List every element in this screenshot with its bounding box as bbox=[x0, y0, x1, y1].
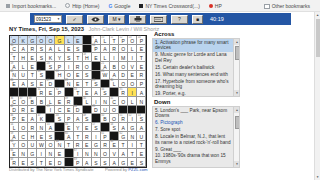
grid-cell[interactable]: D bbox=[55, 158, 64, 167]
grid-cell[interactable]: E bbox=[37, 132, 46, 141]
grid-cell[interactable]: E bbox=[137, 62, 146, 71]
grid-cell[interactable]: M bbox=[119, 53, 128, 62]
cell-letter: S bbox=[92, 81, 100, 87]
grid-cell[interactable]: U bbox=[137, 132, 146, 141]
grid-cell[interactable]: 33T bbox=[74, 88, 83, 97]
cell-letter: H bbox=[55, 72, 63, 78]
grid-cell[interactable]: 24H bbox=[55, 71, 64, 80]
cell-letter: E bbox=[19, 116, 27, 122]
bookmark-item[interactable]: HP bbox=[209, 3, 222, 9]
grid-cell[interactable]: N bbox=[137, 97, 146, 106]
grid-cell[interactable]: 40L bbox=[83, 97, 92, 106]
bookmark-label: NY Times Crossword(...) bbox=[145, 3, 199, 9]
grid-cell[interactable]: 20S bbox=[46, 62, 55, 71]
cell-letter: I bbox=[128, 55, 136, 61]
grid-cell[interactable]: 38B bbox=[28, 97, 37, 106]
clue-item[interactable]: 8. Locale in Belmar, N.J., that lent its… bbox=[153, 133, 233, 146]
grid-cell[interactable]: T bbox=[83, 80, 92, 89]
grid-cell[interactable]: O bbox=[46, 141, 55, 150]
down-scroll-thumb[interactable] bbox=[235, 116, 240, 129]
cell-letter: E bbox=[137, 151, 145, 157]
cell-letter: A bbox=[74, 116, 82, 122]
grid-cell[interactable]: 68R bbox=[10, 158, 19, 167]
grid-cell[interactable]: E bbox=[65, 45, 74, 54]
cell-letter: R bbox=[110, 46, 118, 52]
cell-letter: U bbox=[137, 133, 145, 139]
grid-cell[interactable]: 69P bbox=[74, 158, 83, 167]
grid-cell[interactable]: 45D bbox=[92, 106, 101, 115]
grid-cell[interactable]: E bbox=[28, 53, 37, 62]
down-header: Down bbox=[154, 99, 170, 105]
grid-cell[interactable]: E bbox=[92, 53, 101, 62]
cell-letter: S bbox=[92, 125, 100, 131]
page-scrollbar[interactable]: ▲ ▼ bbox=[314, 12, 320, 180]
grid-cell[interactable]: 29S bbox=[92, 80, 101, 89]
cell-letter: T bbox=[110, 38, 118, 44]
bookmark-item[interactable]: Http (Home) bbox=[65, 3, 99, 9]
clue-item[interactable]: 19. Porter, e.g. bbox=[153, 91, 233, 97]
bookmark-item[interactable]: GGoogle bbox=[108, 3, 130, 9]
clue-item[interactable]: 16. What many sentences end with bbox=[153, 71, 233, 78]
grid-cell[interactable]: O bbox=[83, 62, 92, 71]
grid-cell[interactable]: A bbox=[137, 123, 146, 132]
scroll-down-icon[interactable]: ▼ bbox=[315, 174, 320, 180]
grid-cell[interactable]: A bbox=[19, 45, 28, 54]
grid-cell[interactable]: E bbox=[55, 97, 64, 106]
grid-cell[interactable]: 64N bbox=[55, 141, 64, 150]
cell-letter: E bbox=[19, 160, 27, 166]
grid-cell[interactable]: O bbox=[128, 80, 137, 89]
print-button[interactable] bbox=[129, 15, 146, 24]
grid-cell[interactable]: 37O bbox=[19, 97, 28, 106]
grid-cell[interactable]: G bbox=[128, 123, 137, 132]
grid-cell[interactable]: R bbox=[19, 106, 28, 115]
grid-cell[interactable]: 25W bbox=[101, 71, 110, 80]
bookmark-item[interactable]: NY Times Crossword(...) bbox=[139, 3, 199, 9]
cell-letter: G bbox=[28, 38, 36, 44]
cell-letter: O bbox=[10, 38, 18, 44]
grid-cell[interactable]: 61P bbox=[101, 132, 110, 141]
pzzl-link[interactable]: PZZL.com bbox=[128, 167, 147, 172]
cell-letter: D bbox=[10, 107, 18, 113]
grid-cell[interactable]: E bbox=[128, 158, 137, 167]
google-icon: G bbox=[108, 4, 112, 8]
cell-letter: I bbox=[46, 107, 54, 113]
grid-cell[interactable]: E bbox=[19, 158, 28, 167]
grid-cell[interactable]: B bbox=[37, 97, 46, 106]
grid-cell[interactable]: T bbox=[65, 141, 74, 150]
cell-letter: A bbox=[137, 90, 145, 96]
grid-cell[interactable]: H bbox=[19, 53, 28, 62]
cell-letter: R bbox=[37, 90, 45, 96]
cell-letter: E bbox=[128, 72, 136, 78]
grid-cell[interactable]: 5O bbox=[46, 36, 55, 45]
scroll-up-icon[interactable]: ▲ bbox=[234, 107, 240, 113]
grid-cell[interactable]: 27D bbox=[46, 80, 55, 89]
grid-cell[interactable]: 12P bbox=[119, 36, 128, 45]
reveal-button[interactable] bbox=[87, 15, 104, 24]
grid-cell[interactable]: I bbox=[92, 132, 101, 141]
cell-letter: T bbox=[83, 81, 91, 87]
grid-cell[interactable]: L bbox=[128, 97, 137, 106]
clue-item[interactable]: 15. Certain dealer's bailiwick bbox=[153, 64, 233, 71]
grid-cell[interactable]: A bbox=[101, 45, 110, 54]
folder-icon bbox=[264, 4, 270, 9]
crossword-grid: 1O2K3G4O5O6G7L8E9A10L11T12P13O14P15CARSA… bbox=[9, 35, 147, 168]
cell-letter: T bbox=[28, 72, 36, 78]
grid-cell[interactable]: S bbox=[28, 80, 37, 89]
grid-cell[interactable]: R bbox=[28, 123, 37, 132]
down-clue-list: 5. London's ___ Park, near Epsom Downs6.… bbox=[152, 106, 240, 168]
grid-cell[interactable]: 6G bbox=[55, 36, 64, 45]
cell-letter: K bbox=[46, 55, 54, 61]
grid-cell[interactable]: S bbox=[46, 132, 55, 141]
grid-cell[interactable]: 4O bbox=[37, 36, 46, 45]
clue-item[interactable]: 7. Sore spot bbox=[153, 126, 233, 133]
cell-letter: A bbox=[101, 46, 109, 52]
mode-button[interactable]: M ▾ bbox=[108, 15, 125, 24]
grid-cell[interactable]: N bbox=[128, 132, 137, 141]
cell-letter: D bbox=[74, 107, 82, 113]
grid-cell[interactable]: 13O bbox=[128, 36, 137, 45]
grid-cell[interactable]: R bbox=[137, 71, 146, 80]
grid-cell-black bbox=[55, 123, 64, 132]
grid-cell[interactable]: O bbox=[119, 45, 128, 54]
grid-cell[interactable]: N bbox=[83, 149, 92, 158]
stop-timer-button[interactable]: ■ bbox=[192, 15, 203, 24]
cell-letter: N bbox=[19, 151, 27, 157]
grid-cell[interactable]: E bbox=[19, 114, 28, 123]
grid-cell[interactable]: 34S bbox=[101, 88, 110, 97]
grid-cell[interactable]: E bbox=[55, 149, 64, 158]
grid-cell[interactable]: V bbox=[110, 149, 119, 158]
import-icon bbox=[6, 4, 10, 8]
grid-cell[interactable]: Y bbox=[55, 53, 64, 62]
grid-cell[interactable]: E bbox=[28, 62, 37, 71]
grid-cell[interactable]: E bbox=[137, 149, 146, 158]
grid-cell[interactable]: R bbox=[101, 141, 110, 150]
grid-cell[interactable]: A bbox=[137, 88, 146, 97]
other-bookmarks-button[interactable]: Other bookmarks bbox=[264, 0, 310, 12]
grid-cell[interactable]: T bbox=[128, 149, 137, 158]
grid-cell[interactable]: 14P bbox=[137, 36, 146, 45]
grid-cell[interactable]: S bbox=[83, 71, 92, 80]
help-button[interactable]: ? bbox=[171, 15, 188, 24]
cell-letter: O bbox=[119, 81, 127, 87]
syndicate-credit: Distributed by The New York Times Syndic… bbox=[9, 167, 94, 172]
cell-letter: G bbox=[92, 142, 100, 148]
timer-value: 40:19 bbox=[210, 16, 224, 22]
cell-letter: Y bbox=[74, 125, 82, 131]
grid-cell[interactable]: P bbox=[137, 80, 146, 89]
grid-cell[interactable]: T bbox=[37, 158, 46, 167]
grid-cell[interactable]: T bbox=[74, 53, 83, 62]
grid-cell[interactable]: G bbox=[28, 149, 37, 158]
grid-cell[interactable]: I bbox=[37, 149, 46, 158]
grid-cell[interactable]: N bbox=[92, 149, 101, 158]
cell-letter: S bbox=[101, 160, 109, 166]
cell-letter: W bbox=[37, 142, 45, 148]
cell-letter: E bbox=[55, 99, 63, 105]
grid-cell[interactable]: O bbox=[19, 123, 28, 132]
cell-letter: L bbox=[101, 38, 109, 44]
cell-letter: G bbox=[28, 151, 36, 157]
grid-cell[interactable]: 41C bbox=[110, 97, 119, 106]
grid-cell[interactable]: 62G bbox=[119, 132, 128, 141]
grid-cell[interactable]: 32P bbox=[55, 88, 64, 97]
cell-letter: L bbox=[128, 99, 136, 105]
cell-letter: O bbox=[83, 64, 91, 70]
cell-letter: R bbox=[101, 142, 109, 148]
cell-letter: N bbox=[83, 151, 91, 157]
grid-cell[interactable]: 35R bbox=[119, 88, 128, 97]
grid-cell[interactable]: E bbox=[83, 141, 92, 150]
cell-letter: C bbox=[19, 133, 27, 139]
grid-cell[interactable]: O bbox=[19, 141, 28, 150]
grid-cell[interactable]: 3G bbox=[28, 36, 37, 45]
grid-cell[interactable]: Y bbox=[74, 123, 83, 132]
grid-cell[interactable]: W bbox=[37, 141, 46, 150]
grid-cell[interactable]: 43I bbox=[46, 106, 55, 115]
keyboard-button[interactable] bbox=[150, 15, 167, 24]
grid-cell[interactable]: U bbox=[28, 141, 37, 150]
grid-cell[interactable]: E bbox=[137, 45, 146, 54]
cell-letter: A bbox=[46, 125, 54, 131]
grid-cell[interactable]: A bbox=[110, 158, 119, 167]
cell-letter: N bbox=[10, 72, 18, 78]
grid-cell[interactable]: O bbox=[101, 149, 110, 158]
cell-letter: E bbox=[10, 81, 18, 87]
cell-letter: A bbox=[92, 90, 100, 96]
grid-cell[interactable]: A bbox=[19, 80, 28, 89]
across-clues: 1. Activation phrase for many smart devi… bbox=[153, 39, 233, 97]
grid-cell[interactable]: O bbox=[119, 62, 128, 71]
grid-cell[interactable]: I bbox=[128, 88, 137, 97]
clue-item[interactable]: 6. Pictograph bbox=[153, 120, 233, 127]
grid-cell[interactable]: A bbox=[92, 88, 101, 97]
clue-item[interactable]: 1. Activation phrase for many smart devi… bbox=[153, 39, 233, 52]
cell-letter: R bbox=[83, 133, 91, 139]
grid-cell[interactable]: 60A bbox=[65, 132, 74, 141]
grid-cell[interactable]: S bbox=[28, 158, 37, 167]
grid-cell[interactable]: E bbox=[83, 123, 92, 132]
scroll-up-icon[interactable]: ▲ bbox=[315, 12, 320, 18]
cell-letter: A bbox=[101, 64, 109, 70]
down-scrollbar[interactable]: ▲ ▼ bbox=[233, 107, 239, 167]
cell-letter: A bbox=[110, 72, 118, 78]
grid-cell[interactable]: 57S bbox=[92, 123, 101, 132]
grid-cell[interactable]: I bbox=[128, 141, 137, 150]
cell-letter: R bbox=[119, 90, 127, 96]
cell-letter: L bbox=[55, 46, 63, 52]
grid-cell[interactable]: 16P bbox=[92, 45, 101, 54]
page-scroll-thumb[interactable] bbox=[316, 19, 320, 57]
grid-cell[interactable]: 39R bbox=[65, 97, 74, 106]
grid-cell[interactable]: I bbox=[110, 53, 119, 62]
cell-letter: E bbox=[37, 133, 45, 139]
check-button[interactable]: ✓ bbox=[66, 15, 83, 24]
grid-cell[interactable]: 48S bbox=[55, 114, 64, 123]
grid-cell[interactable]: 65E bbox=[110, 141, 119, 150]
grid-cell[interactable]: 49S bbox=[83, 114, 92, 123]
clue-item[interactable]: 17. Hyperbole from someone who's dreamin… bbox=[153, 78, 233, 91]
grid-cell[interactable]: A bbox=[119, 149, 128, 158]
cell-letter: A bbox=[19, 46, 27, 52]
cell-letter: C bbox=[10, 46, 18, 52]
grid-cell[interactable]: 31R bbox=[37, 88, 46, 97]
grid-cell[interactable]: R bbox=[28, 45, 37, 54]
grid-cell[interactable]: 7L bbox=[65, 36, 74, 45]
grid-cell[interactable]: G bbox=[92, 141, 101, 150]
grid-cell[interactable]: 26E bbox=[10, 80, 19, 89]
grid-cell[interactable]: E bbox=[128, 71, 137, 80]
grid-cell[interactable]: 55A bbox=[46, 123, 55, 132]
cell-letter: E bbox=[74, 72, 82, 78]
cell-letter: E bbox=[137, 46, 145, 52]
grid-cell[interactable]: E bbox=[46, 88, 55, 97]
cell-letter: E bbox=[28, 107, 36, 113]
grid-cell[interactable]: A bbox=[46, 45, 55, 54]
cell-letter: P bbox=[55, 90, 63, 96]
grid-cell[interactable]: 23S bbox=[37, 71, 46, 80]
cell-letter: G bbox=[119, 160, 127, 166]
grid-cell[interactable]: T bbox=[74, 132, 83, 141]
cell-letter: I bbox=[110, 55, 118, 61]
grid-cell[interactable]: S bbox=[74, 45, 83, 54]
grid-cell[interactable]: 58S bbox=[110, 123, 119, 132]
grid-cell[interactable]: 50B bbox=[101, 114, 110, 123]
clue-item[interactable]: 9. Great ___ bbox=[153, 146, 233, 153]
across-scroll-thumb[interactable] bbox=[235, 46, 240, 60]
grid-cell[interactable]: N bbox=[101, 97, 110, 106]
grid-cell[interactable]: A bbox=[74, 114, 83, 123]
clue-item[interactable]: 9. Music genre for Lorde and Lana Del Re… bbox=[153, 52, 233, 65]
grid-cell[interactable]: G bbox=[119, 158, 128, 167]
across-header: Across bbox=[154, 31, 174, 37]
grid-cell[interactable]: L bbox=[55, 45, 64, 54]
clue-item[interactable]: 5. London's ___ Park, near Epsom Downs bbox=[153, 107, 233, 120]
cell-letter: O bbox=[37, 38, 45, 44]
grid-cell[interactable]: O bbox=[119, 97, 128, 106]
grid-cell[interactable]: R bbox=[83, 132, 92, 141]
cell-letter: H bbox=[83, 55, 91, 61]
grid-cell[interactable]: S bbox=[92, 158, 101, 167]
grid-cell[interactable]: 53S bbox=[137, 114, 146, 123]
crossword-toolbar: 091523 ▼ ✓M ▾?■ 40:19 bbox=[30, 13, 291, 25]
grid-cell[interactable]: 47K bbox=[37, 114, 46, 123]
cell-letter: S bbox=[83, 116, 91, 122]
grid-cell[interactable]: E bbox=[65, 106, 74, 115]
grid-cell[interactable]: A bbox=[83, 158, 92, 167]
grid-cell[interactable]: 28N bbox=[65, 80, 74, 89]
grid-cell[interactable]: N bbox=[19, 149, 28, 158]
grid-cell[interactable]: 2K bbox=[19, 36, 28, 45]
cell-letter: D bbox=[119, 72, 127, 78]
cell-letter: L bbox=[10, 125, 18, 131]
grid-cell[interactable]: O bbox=[110, 106, 119, 115]
grid-cell[interactable]: S bbox=[37, 53, 46, 62]
cell-letter: E bbox=[65, 107, 73, 113]
grid-cell[interactable]: 52I bbox=[128, 114, 137, 123]
grid-cell[interactable]: U bbox=[19, 71, 28, 80]
puzzle-date-value: 091523 bbox=[36, 17, 51, 22]
scroll-down-icon[interactable]: ▼ bbox=[234, 90, 240, 96]
cell-letter: S bbox=[137, 160, 145, 166]
grid-cell[interactable]: N bbox=[37, 123, 46, 132]
grid-cell[interactable]: C bbox=[19, 132, 28, 141]
grid-cell[interactable]: S bbox=[101, 158, 110, 167]
puzzle-date-select[interactable]: 091523 ▼ bbox=[34, 15, 62, 23]
nyt-icon bbox=[139, 4, 143, 8]
cell-letter: V bbox=[128, 64, 136, 70]
grid-cell-black bbox=[65, 149, 74, 158]
across-clue-list: 1. Activation phrase for many smart devi… bbox=[152, 38, 240, 97]
bookmark-item[interactable]: Import bookmarks... bbox=[6, 3, 56, 9]
grid-cell[interactable]: L bbox=[19, 62, 28, 71]
cell-letter: O bbox=[19, 99, 27, 105]
grid-cell[interactable]: S bbox=[65, 53, 74, 62]
scroll-up-icon[interactable]: ▲ bbox=[234, 39, 240, 45]
grid-cell[interactable]: 8E bbox=[74, 36, 83, 45]
grid-cell[interactable]: S bbox=[37, 45, 46, 54]
grid-cell[interactable]: 30L bbox=[110, 80, 119, 89]
cell-letter: H bbox=[19, 55, 27, 61]
grid-cell[interactable]: T bbox=[28, 71, 37, 80]
grid-cell[interactable]: E bbox=[74, 71, 83, 80]
grid-cell[interactable]: I bbox=[65, 62, 74, 71]
cell-letter: A bbox=[119, 151, 127, 157]
grid-cell[interactable]: 10L bbox=[101, 36, 110, 45]
cell-letter: I bbox=[92, 133, 100, 139]
grid-cell[interactable]: 51R bbox=[119, 114, 128, 123]
grid-cell[interactable]: D bbox=[119, 71, 128, 80]
across-scrollbar[interactable]: ▲ ▼ bbox=[233, 39, 239, 96]
grid-cell[interactable]: L bbox=[128, 45, 137, 54]
grid-cell[interactable]: A bbox=[28, 114, 37, 123]
cell-letter: I bbox=[92, 99, 100, 105]
grid-cell[interactable]: R bbox=[110, 45, 119, 54]
grid-cell[interactable]: H bbox=[28, 132, 37, 141]
grid-cell[interactable]: B bbox=[110, 62, 119, 71]
cell-letter: O bbox=[110, 107, 118, 113]
clue-item[interactable]: 10. 1980s-'90s drama that won 15 Emmys bbox=[153, 153, 233, 166]
cell-letter: N bbox=[65, 81, 73, 87]
grid-cell[interactable]: N bbox=[46, 149, 55, 158]
cell-letter: T bbox=[37, 160, 45, 166]
cell-letter: P bbox=[119, 38, 127, 44]
grid-cell[interactable]: T bbox=[119, 141, 128, 150]
grid-cell[interactable]: T bbox=[137, 141, 146, 150]
grid-cell[interactable]: V bbox=[128, 62, 137, 71]
cell-letter: T bbox=[65, 142, 73, 148]
grid-cell[interactable]: 11T bbox=[110, 36, 119, 45]
grid-cell[interactable]: E bbox=[46, 158, 55, 167]
grid-cell[interactable]: E bbox=[28, 106, 37, 115]
cell-letter: Y bbox=[10, 142, 18, 148]
grid-cell[interactable]: R bbox=[74, 62, 83, 71]
grid-cell[interactable]: S bbox=[137, 158, 146, 167]
cell-letter: E bbox=[65, 46, 73, 52]
cell-letter: H bbox=[28, 133, 36, 139]
cell-letter: P bbox=[137, 81, 145, 87]
cell-letter: C bbox=[10, 99, 18, 105]
scroll-down-icon[interactable]: ▼ bbox=[234, 161, 240, 167]
cell-letter: O bbox=[128, 81, 136, 87]
grid-cell[interactable]: T bbox=[137, 53, 146, 62]
grid-cell[interactable]: I bbox=[128, 53, 137, 62]
grid-cell[interactable]: 18H bbox=[83, 53, 92, 62]
grid-cell[interactable]: 44D bbox=[74, 106, 83, 115]
